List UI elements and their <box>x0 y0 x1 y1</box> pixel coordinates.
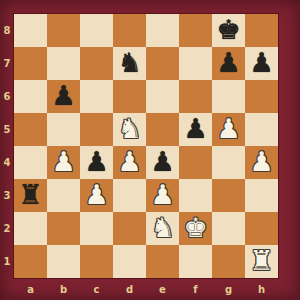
black-pawn-g7: ♟ <box>212 47 245 80</box>
rank-label-3: 3 <box>0 179 14 212</box>
black-king-g8: ♚ <box>212 14 245 47</box>
square-c4[interactable]: ♟ <box>80 146 113 179</box>
square-d6[interactable] <box>113 80 146 113</box>
square-g6[interactable] <box>212 80 245 113</box>
square-a1[interactable] <box>14 245 47 278</box>
square-f6[interactable] <box>179 80 212 113</box>
square-c6[interactable] <box>80 80 113 113</box>
file-label-d: d <box>113 278 146 300</box>
square-a3[interactable]: ♜ <box>14 179 47 212</box>
rank-label-1: 1 <box>0 245 14 278</box>
square-a8[interactable] <box>14 14 47 47</box>
square-g8[interactable]: ♚ <box>212 14 245 47</box>
square-g7[interactable]: ♟ <box>212 47 245 80</box>
square-d5[interactable]: ♞ <box>113 113 146 146</box>
white-king-f2: ♚ <box>179 212 212 245</box>
square-e5[interactable] <box>146 113 179 146</box>
square-d4[interactable]: ♟ <box>113 146 146 179</box>
square-h2[interactable] <box>245 212 278 245</box>
square-e4[interactable]: ♟ <box>146 146 179 179</box>
square-h3[interactable] <box>245 179 278 212</box>
rank-label-4: 4 <box>0 146 14 179</box>
square-f1[interactable] <box>179 245 212 278</box>
square-e8[interactable] <box>146 14 179 47</box>
white-pawn-h4: ♟ <box>245 146 278 179</box>
square-b2[interactable] <box>47 212 80 245</box>
square-g5[interactable]: ♟ <box>212 113 245 146</box>
square-c5[interactable] <box>80 113 113 146</box>
square-a7[interactable] <box>14 47 47 80</box>
black-pawn-c4: ♟ <box>80 146 113 179</box>
square-h7[interactable]: ♟ <box>245 47 278 80</box>
square-a6[interactable] <box>14 80 47 113</box>
square-e1[interactable] <box>146 245 179 278</box>
white-knight-d5: ♞ <box>113 113 146 146</box>
white-pawn-e3: ♟ <box>146 179 179 212</box>
square-c2[interactable] <box>80 212 113 245</box>
square-g2[interactable] <box>212 212 245 245</box>
rank-label-6: 6 <box>0 80 14 113</box>
square-a2[interactable] <box>14 212 47 245</box>
square-h8[interactable] <box>245 14 278 47</box>
chess-board-frame: ♚♞♟♟♟♞♟♟♟♟♟♟♟♜♟♟♞♚♜ 87654321 abcdefgh <box>0 0 300 300</box>
square-h1[interactable]: ♜ <box>245 245 278 278</box>
white-pawn-b4: ♟ <box>47 146 80 179</box>
square-e2[interactable]: ♞ <box>146 212 179 245</box>
square-d1[interactable] <box>113 245 146 278</box>
square-e6[interactable] <box>146 80 179 113</box>
white-pawn-g5: ♟ <box>212 113 245 146</box>
file-label-g: g <box>212 278 245 300</box>
square-f3[interactable] <box>179 179 212 212</box>
file-label-a: a <box>14 278 47 300</box>
square-h6[interactable] <box>245 80 278 113</box>
square-f7[interactable] <box>179 47 212 80</box>
black-pawn-h7: ♟ <box>245 47 278 80</box>
square-h5[interactable] <box>245 113 278 146</box>
square-b7[interactable] <box>47 47 80 80</box>
square-b4[interactable]: ♟ <box>47 146 80 179</box>
square-b1[interactable] <box>47 245 80 278</box>
square-g1[interactable] <box>212 245 245 278</box>
rank-label-2: 2 <box>0 212 14 245</box>
square-a4[interactable] <box>14 146 47 179</box>
rank-label-5: 5 <box>0 113 14 146</box>
square-d7[interactable]: ♞ <box>113 47 146 80</box>
square-f8[interactable] <box>179 14 212 47</box>
square-e3[interactable]: ♟ <box>146 179 179 212</box>
square-c3[interactable]: ♟ <box>80 179 113 212</box>
file-label-h: h <box>245 278 278 300</box>
chess-board: ♚♞♟♟♟♞♟♟♟♟♟♟♟♜♟♟♞♚♜ <box>14 14 278 278</box>
file-label-c: c <box>80 278 113 300</box>
black-knight-d7: ♞ <box>113 47 146 80</box>
square-b3[interactable] <box>47 179 80 212</box>
square-c1[interactable] <box>80 245 113 278</box>
square-b6[interactable]: ♟ <box>47 80 80 113</box>
square-g4[interactable] <box>212 146 245 179</box>
square-e7[interactable] <box>146 47 179 80</box>
square-d2[interactable] <box>113 212 146 245</box>
file-label-b: b <box>47 278 80 300</box>
square-a5[interactable] <box>14 113 47 146</box>
square-d8[interactable] <box>113 14 146 47</box>
square-h4[interactable]: ♟ <box>245 146 278 179</box>
black-rook-a3: ♜ <box>14 179 47 212</box>
black-pawn-b6: ♟ <box>47 80 80 113</box>
white-pawn-c3: ♟ <box>80 179 113 212</box>
square-f5[interactable]: ♟ <box>179 113 212 146</box>
square-g3[interactable] <box>212 179 245 212</box>
black-pawn-f5: ♟ <box>179 113 212 146</box>
square-c8[interactable] <box>80 14 113 47</box>
white-knight-e2: ♞ <box>146 212 179 245</box>
white-rook-h1: ♜ <box>245 245 278 278</box>
square-f2[interactable]: ♚ <box>179 212 212 245</box>
file-label-e: e <box>146 278 179 300</box>
square-b5[interactable] <box>47 113 80 146</box>
square-f4[interactable] <box>179 146 212 179</box>
square-c7[interactable] <box>80 47 113 80</box>
square-d3[interactable] <box>113 179 146 212</box>
black-pawn-e4: ♟ <box>146 146 179 179</box>
rank-label-8: 8 <box>0 14 14 47</box>
rank-label-7: 7 <box>0 47 14 80</box>
white-pawn-d4: ♟ <box>113 146 146 179</box>
file-label-f: f <box>179 278 212 300</box>
square-b8[interactable] <box>47 14 80 47</box>
